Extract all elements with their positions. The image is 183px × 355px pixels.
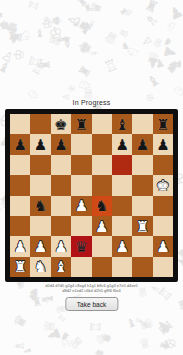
square-d7[interactable] xyxy=(71,134,91,154)
take-back-button[interactable]: Take back xyxy=(65,297,118,311)
background-piece-glyph: ♜ xyxy=(7,28,25,44)
square-f8[interactable]: ♝ xyxy=(112,114,132,134)
piece-black-pawn[interactable]: ♟ xyxy=(54,137,67,152)
square-d5[interactable] xyxy=(71,175,91,195)
square-g1[interactable] xyxy=(132,257,152,277)
square-h5[interactable]: ♚ xyxy=(153,175,173,195)
background-piece-glyph: ♝ xyxy=(35,28,45,39)
piece-black-rook[interactable]: ♜ xyxy=(75,116,88,131)
square-a2[interactable]: ♟ xyxy=(10,236,30,256)
square-e2[interactable] xyxy=(92,236,112,256)
square-e1[interactable] xyxy=(92,257,112,277)
piece-white-pawn[interactable]: ♟ xyxy=(34,239,47,254)
background-piece-glyph: ♝ xyxy=(144,72,163,91)
background-piece-glyph: ♖ xyxy=(26,53,45,70)
background-piece-glyph: ♔ xyxy=(13,49,27,61)
piece-white-pawn[interactable]: ♟ xyxy=(115,239,128,254)
square-g2[interactable] xyxy=(132,236,152,256)
piece-white-pawn[interactable]: ♟ xyxy=(156,239,169,254)
piece-white-pawn[interactable]: ♟ xyxy=(54,239,67,254)
background-piece-glyph: ♕ xyxy=(137,336,152,352)
background-piece-glyph: ♕ xyxy=(42,320,57,334)
square-b2[interactable]: ♟ xyxy=(30,236,50,256)
piece-black-rook[interactable]: ♜ xyxy=(156,116,169,131)
background-piece-glyph: ♘ xyxy=(171,83,183,100)
square-h7[interactable]: ♟ xyxy=(153,134,173,154)
piece-black-queen[interactable]: ♛ xyxy=(75,239,88,254)
square-a7[interactable]: ♟ xyxy=(10,134,30,154)
square-d6[interactable] xyxy=(71,155,91,175)
square-h1[interactable] xyxy=(153,257,173,277)
square-f5[interactable] xyxy=(112,175,132,195)
move-history: d2d4 d7d5 g2g4 c8xg4 h1g1 b8c6 g1g3 e7e5… xyxy=(0,284,183,293)
piece-white-pawn[interactable]: ♟ xyxy=(95,218,108,233)
piece-black-knight[interactable]: ♞ xyxy=(34,198,47,213)
square-g6[interactable] xyxy=(132,155,152,175)
square-a3[interactable] xyxy=(10,216,30,236)
square-d1[interactable] xyxy=(71,257,91,277)
square-b5[interactable] xyxy=(30,175,50,195)
background-piece-glyph: ♛ xyxy=(88,0,104,15)
square-d8[interactable]: ♜ xyxy=(71,114,91,134)
background-piece-glyph: ♘ xyxy=(123,42,142,61)
piece-black-knight[interactable]: ♞ xyxy=(95,198,108,213)
piece-black-king[interactable]: ♚ xyxy=(54,116,67,131)
piece-white-pawn[interactable]: ♟ xyxy=(13,239,26,254)
piece-white-knight[interactable]: ♞ xyxy=(34,259,47,274)
piece-black-pawn[interactable]: ♟ xyxy=(34,137,47,152)
square-a4[interactable] xyxy=(10,196,30,216)
square-g7[interactable]: ♟ xyxy=(132,134,152,154)
square-h3[interactable] xyxy=(153,216,173,236)
square-c7[interactable]: ♟ xyxy=(51,134,71,154)
piece-black-pawn[interactable]: ♟ xyxy=(13,137,26,152)
square-b3[interactable] xyxy=(30,216,50,236)
piece-black-pawn[interactable]: ♟ xyxy=(115,137,128,152)
move-history-line2: d8d2 e1xd2 c6b4 d2h5 g8f6 f6e4 xyxy=(0,289,183,294)
square-c1[interactable]: ♝ xyxy=(51,257,71,277)
piece-black-pawn[interactable]: ♟ xyxy=(156,137,169,152)
square-d3[interactable] xyxy=(71,216,91,236)
square-e6[interactable] xyxy=(92,155,112,175)
square-d2[interactable]: ♛ xyxy=(71,236,91,256)
background-piece-glyph: ♝ xyxy=(22,345,33,355)
square-e4[interactable]: ♞ xyxy=(92,196,112,216)
square-c2[interactable]: ♟ xyxy=(51,236,71,256)
background-piece-glyph: ♛ xyxy=(11,312,31,331)
piece-white-bishop[interactable]: ♝ xyxy=(54,259,67,274)
background-piece-glyph: ♗ xyxy=(142,10,162,30)
square-g3[interactable]: ♜ xyxy=(132,216,152,236)
background-piece-glyph: ♖ xyxy=(27,0,41,12)
square-f7[interactable]: ♟ xyxy=(112,134,132,154)
status-text: In Progress xyxy=(0,99,183,106)
square-c4[interactable] xyxy=(51,196,71,216)
square-f1[interactable] xyxy=(112,257,132,277)
piece-white-rook[interactable]: ♜ xyxy=(13,259,26,274)
square-b8[interactable] xyxy=(30,114,50,134)
square-e5[interactable] xyxy=(92,175,112,195)
piece-black-pawn[interactable]: ♟ xyxy=(136,137,149,152)
background-piece-glyph: ♖ xyxy=(57,314,68,325)
background-piece-glyph: ♕ xyxy=(46,32,63,48)
square-h4[interactable] xyxy=(153,196,173,216)
square-f3[interactable] xyxy=(112,216,132,236)
square-a8[interactable] xyxy=(10,114,30,134)
square-a1[interactable]: ♜ xyxy=(10,257,30,277)
square-b6[interactable] xyxy=(30,155,50,175)
square-h8[interactable]: ♜ xyxy=(153,114,173,134)
square-g5[interactable] xyxy=(132,175,152,195)
square-g4[interactable] xyxy=(132,196,152,216)
square-b4[interactable]: ♞ xyxy=(30,196,50,216)
square-a5[interactable] xyxy=(10,175,30,195)
square-e8[interactable] xyxy=(92,114,112,134)
background-piece-glyph: ♛ xyxy=(175,297,183,313)
square-e7[interactable] xyxy=(92,134,112,154)
background-piece-glyph: ♘ xyxy=(164,19,179,34)
square-f2[interactable]: ♟ xyxy=(112,236,132,256)
square-d4[interactable]: ♟ xyxy=(71,196,91,216)
square-c3[interactable] xyxy=(51,216,71,236)
square-e3[interactable]: ♟ xyxy=(92,216,112,236)
piece-white-king[interactable]: ♚ xyxy=(156,177,169,192)
background-piece-glyph: ♜ xyxy=(31,296,43,309)
square-h6[interactable] xyxy=(153,155,173,175)
square-h2[interactable]: ♟ xyxy=(153,236,173,256)
square-f4[interactable] xyxy=(112,196,132,216)
square-b1[interactable]: ♞ xyxy=(30,257,50,277)
piece-white-pawn[interactable]: ♟ xyxy=(75,198,88,213)
square-f6[interactable] xyxy=(112,155,132,175)
square-g8[interactable] xyxy=(132,114,152,134)
square-c5[interactable] xyxy=(51,175,71,195)
square-c8[interactable]: ♚ xyxy=(51,114,71,134)
piece-black-bishop[interactable]: ♝ xyxy=(115,116,128,131)
square-c6[interactable] xyxy=(51,155,71,175)
chess-board: ♚♜♝♜♟♟♟♟♟♟♚♞♟♞♟♜♟♟♟♛♟♟♜♞♝ xyxy=(5,109,178,282)
background-piece-glyph: ♖ xyxy=(101,56,119,75)
piece-white-rook[interactable]: ♜ xyxy=(136,218,149,233)
square-a6[interactable] xyxy=(10,155,30,175)
square-b7[interactable]: ♟ xyxy=(30,134,50,154)
